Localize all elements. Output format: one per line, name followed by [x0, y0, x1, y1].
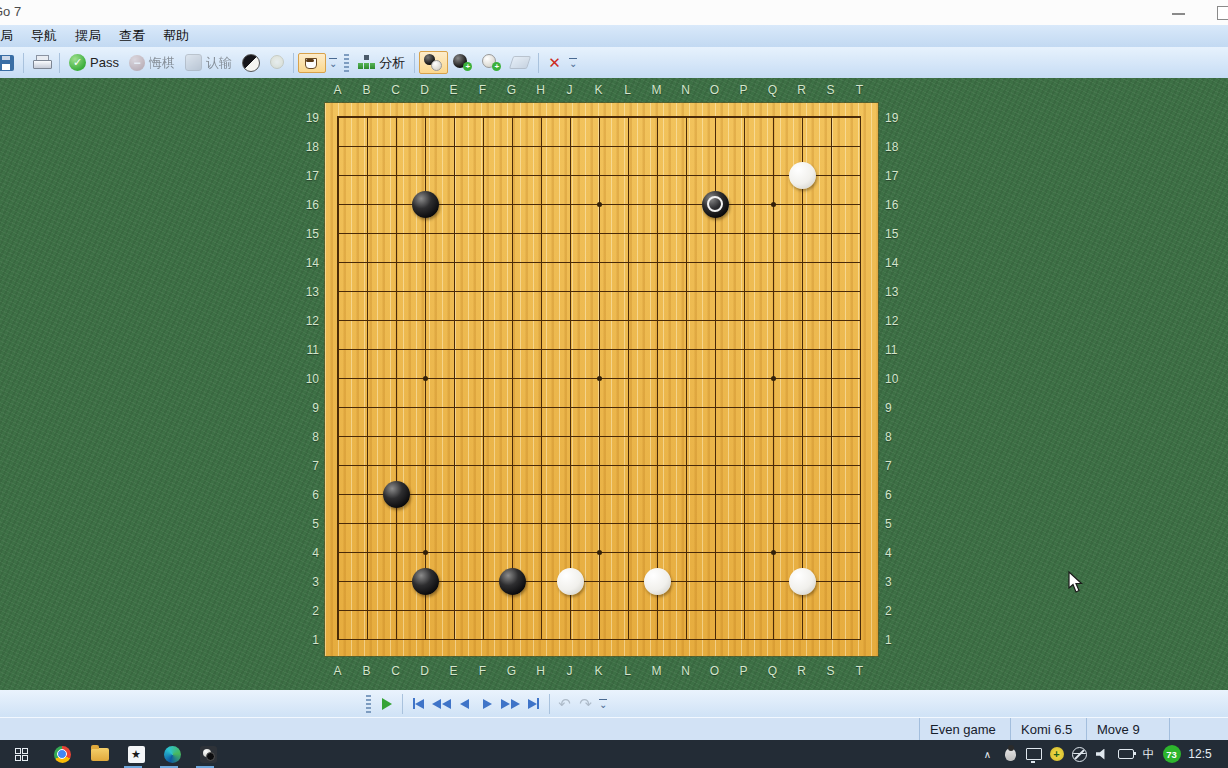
column-label: N: [671, 664, 700, 680]
tray-battery-level[interactable]: 73: [1160, 740, 1183, 768]
column-label: K: [584, 83, 613, 99]
column-label: O: [700, 83, 729, 99]
row-label: 18: [293, 132, 319, 161]
row-label: 13: [293, 277, 319, 306]
column-label: E: [439, 664, 468, 680]
row-label: 5: [885, 509, 911, 538]
battery-pen-icon: [1118, 749, 1134, 759]
column-label: B: [352, 83, 381, 99]
black-white-stone-icon: [242, 54, 260, 72]
resign-button[interactable]: 认输: [180, 51, 237, 75]
column-label: F: [468, 664, 497, 680]
folder-icon: [91, 748, 109, 761]
edge-icon: [164, 746, 181, 763]
column-label: J: [555, 664, 584, 680]
toolbar-separator: [402, 694, 403, 714]
board-background: ABCDEFGHJKLMNOPQRST ABCDEFGHJKLMNOPQRST …: [0, 78, 1228, 690]
column-label: D: [410, 83, 439, 99]
row-label: 18: [885, 132, 911, 161]
row-label: 3: [293, 567, 319, 596]
fast-forward-icon: [501, 699, 510, 709]
column-label: K: [584, 664, 613, 680]
maximize-button[interactable]: [1217, 6, 1228, 20]
last-move-button[interactable]: [523, 694, 544, 713]
column-label: A: [323, 83, 352, 99]
minimize-button[interactable]: [1172, 13, 1185, 15]
taskbar-go-app[interactable]: [196, 740, 220, 768]
column-label: D: [410, 664, 439, 680]
column-label: P: [729, 83, 758, 99]
fast-forward-button[interactable]: [500, 694, 521, 713]
chrome-icon: [54, 746, 71, 763]
column-label: M: [642, 664, 671, 680]
column-label: P: [729, 664, 758, 680]
taskbar-edge[interactable]: [160, 740, 184, 768]
start-button[interactable]: [8, 740, 34, 768]
row-label: 4: [293, 538, 319, 567]
row-label: 5: [293, 509, 319, 538]
mouse-cursor: [1068, 571, 1086, 595]
row-label: 2: [885, 596, 911, 625]
resign-label: 认输: [206, 54, 232, 72]
column-label: T: [845, 664, 874, 680]
row-label: 16: [293, 190, 319, 219]
row-label: 19: [293, 103, 319, 132]
row-label: 9: [885, 393, 911, 422]
tray-network[interactable]: [1068, 740, 1091, 768]
add-black-stone-button[interactable]: +: [448, 51, 477, 74]
column-label: L: [613, 664, 642, 680]
toolbar-overflow-button[interactable]: ⌄: [569, 58, 577, 68]
tray-volume[interactable]: [1091, 740, 1114, 768]
analysis-label: 分析: [379, 54, 405, 72]
toolbar-separator: [293, 53, 294, 73]
battery-badge: 73: [1163, 745, 1181, 763]
pass-button[interactable]: ✓ Pass: [64, 51, 124, 74]
column-label: N: [671, 83, 700, 99]
tray-display[interactable]: [1022, 740, 1045, 768]
row-label: 14: [293, 248, 319, 277]
column-label: H: [526, 83, 555, 99]
hint-button[interactable]: [265, 53, 289, 73]
row-label: 7: [885, 451, 911, 480]
row-label: 6: [293, 480, 319, 509]
app-window: Go 7 局 导航 摆局 查看 帮助 ✓ Pass − 悔棋 认输 ⌄: [0, 0, 1228, 768]
go-app-icon: [200, 746, 217, 763]
column-label: G: [497, 83, 526, 99]
menu-item-help[interactable]: 帮助: [154, 25, 198, 47]
status-move-number: Move 9: [1086, 718, 1169, 741]
plus-badge-icon: +: [1050, 747, 1064, 761]
fast-back-button[interactable]: [431, 694, 452, 713]
penguin-icon: [1005, 748, 1016, 761]
first-move-button[interactable]: [408, 694, 429, 713]
tray-hidden-icons-button[interactable]: ∧: [976, 740, 999, 768]
row-label: 12: [293, 306, 319, 335]
row-label: 1: [885, 625, 911, 654]
row-label: 4: [885, 538, 911, 567]
toolbar-grip[interactable]: [344, 54, 349, 72]
red-x-icon: ✕: [548, 54, 561, 72]
resign-icon: [185, 54, 202, 71]
toolbar-separator: [538, 53, 539, 73]
row-label: 2: [293, 596, 319, 625]
column-label: O: [700, 664, 729, 680]
forward-icon: [483, 699, 492, 709]
menu-item-game[interactable]: 局: [0, 25, 22, 47]
analysis-button[interactable]: 分析: [353, 51, 410, 75]
row-label: 10: [885, 364, 911, 393]
column-label: F: [468, 83, 497, 99]
status-bar: Even game Komi 6.5 Move 9: [0, 717, 1228, 741]
column-label: G: [497, 664, 526, 680]
board-column-labels-bottom: ABCDEFGHJKLMNOPQRST: [323, 664, 874, 680]
row-label: 7: [293, 451, 319, 480]
main-toolbar: ✓ Pass − 悔棋 认输 ⌄ 分析 + + ✕ ⌄: [0, 47, 1228, 79]
column-label: L: [613, 83, 642, 99]
row-label: 19: [885, 103, 911, 132]
windows-start-icon: [15, 748, 28, 761]
row-label: 17: [293, 161, 319, 190]
play-button[interactable]: [376, 694, 397, 713]
column-label: T: [845, 83, 874, 99]
print-button[interactable]: [28, 52, 55, 73]
monitor-icon: [1026, 748, 1042, 760]
add-white-stone-button[interactable]: +: [477, 51, 506, 74]
globe-icon: [1072, 747, 1087, 762]
row-label: 10: [293, 364, 319, 393]
navigation-toolbar: ↶ ↷ ⌄: [0, 690, 1228, 717]
row-label: 14: [885, 248, 911, 277]
board-column-labels-top: ABCDEFGHJKLMNOPQRST: [323, 83, 874, 99]
bulb-icon: [270, 55, 284, 69]
back-icon: [460, 699, 469, 709]
taskbar-file-explorer[interactable]: [88, 740, 112, 768]
row-label: 11: [885, 335, 911, 364]
printer-icon: [33, 55, 50, 70]
row-label: 1: [293, 625, 319, 654]
column-label: H: [526, 664, 555, 680]
cup-mode-button[interactable]: [298, 53, 326, 73]
star-icon: ★: [128, 746, 145, 763]
delete-button[interactable]: ✕: [543, 51, 566, 75]
window-title: Go 7: [0, 4, 21, 19]
toolbar-overflow-button[interactable]: ⌄: [329, 58, 337, 68]
toolbar-grip[interactable]: [366, 695, 371, 713]
row-label: 15: [885, 219, 911, 248]
title-bar: Go 7: [0, 0, 1228, 25]
row-label: 8: [293, 422, 319, 451]
taskbar-chrome[interactable]: [50, 740, 74, 768]
toolbar-separator: [59, 53, 60, 73]
menu-bar: 局 导航 摆局 查看 帮助: [0, 25, 1228, 47]
last-move-icon: [528, 699, 537, 709]
forward-button[interactable]: [477, 694, 498, 713]
status-empty-cell: [1169, 718, 1228, 741]
go-board: [325, 103, 878, 656]
row-label: 12: [885, 306, 911, 335]
row-label: 3: [885, 567, 911, 596]
row-label: 13: [885, 277, 911, 306]
tray-penguin-app[interactable]: [999, 740, 1022, 768]
check-circle-icon: ✓: [69, 54, 86, 71]
chart-icon: [358, 55, 375, 70]
row-label: 8: [885, 422, 911, 451]
row-label: 9: [293, 393, 319, 422]
row-label: 15: [293, 219, 319, 248]
alternate-stones-button[interactable]: [419, 51, 448, 74]
minus-circle-icon: −: [129, 55, 145, 71]
column-label: M: [642, 83, 671, 99]
menu-item-setup[interactable]: 摆局: [66, 25, 110, 47]
row-label: 6: [885, 480, 911, 509]
toolbar-separator: [549, 694, 550, 714]
board-click-layer[interactable]: [325, 103, 878, 656]
floppy-icon: [0, 55, 14, 71]
row-label: 17: [885, 161, 911, 190]
pass-label: Pass: [90, 55, 119, 70]
column-label: A: [323, 664, 352, 680]
column-label: S: [816, 664, 845, 680]
row-label: 11: [293, 335, 319, 364]
column-label: R: [787, 83, 816, 99]
column-label: B: [352, 664, 381, 680]
save-button[interactable]: [0, 52, 19, 74]
board-row-labels-right: 19181716151413121110987654321: [885, 103, 911, 654]
column-label: E: [439, 83, 468, 99]
row-label: 16: [885, 190, 911, 219]
taskbar-bookmark-app[interactable]: ★: [124, 740, 148, 768]
back-button[interactable]: [454, 694, 475, 713]
menu-item-navigation[interactable]: 导航: [22, 25, 66, 47]
windows-taskbar: ★ ∧ + 中 73 12:5: [0, 740, 1228, 768]
stone-pair-icon: [424, 54, 443, 71]
toolbar-separator: [23, 53, 24, 73]
eraser-icon: [509, 56, 531, 69]
toggle-stone-color-button[interactable]: [237, 51, 265, 75]
undo-arrow-button[interactable]: ↶: [554, 695, 575, 713]
tray-clock[interactable]: 12:5: [1183, 740, 1217, 768]
column-label: C: [381, 83, 410, 99]
status-game-type: Even game: [919, 718, 1010, 741]
toolbar-overflow-button[interactable]: ⌄: [599, 699, 607, 709]
column-label: Q: [758, 664, 787, 680]
status-komi: Komi 6.5: [1010, 718, 1086, 741]
board-row-labels-left: 19181716151413121110987654321: [293, 103, 319, 654]
tray-pen-battery[interactable]: [1114, 740, 1137, 768]
column-label: Q: [758, 83, 787, 99]
column-label: J: [555, 83, 584, 99]
undo-move-button[interactable]: − 悔棋: [124, 51, 180, 75]
column-label: S: [816, 83, 845, 99]
fast-back-icon: [432, 699, 441, 709]
toolbar-separator: [414, 53, 415, 73]
column-label: R: [787, 664, 816, 680]
cup-icon: [303, 56, 321, 70]
white-stone-plus-icon: +: [482, 54, 501, 71]
black-stone-plus-icon: +: [453, 54, 472, 71]
speaker-icon: [1096, 749, 1109, 760]
tray-input-method[interactable]: 中: [1137, 740, 1160, 768]
eraser-button[interactable]: [506, 53, 534, 72]
undo-move-label: 悔棋: [149, 54, 175, 72]
column-label: C: [381, 664, 410, 680]
tray-antivirus[interactable]: +: [1045, 740, 1068, 768]
menu-item-view[interactable]: 查看: [110, 25, 154, 47]
play-icon: [382, 698, 392, 710]
redo-arrow-button[interactable]: ↷: [575, 695, 596, 713]
